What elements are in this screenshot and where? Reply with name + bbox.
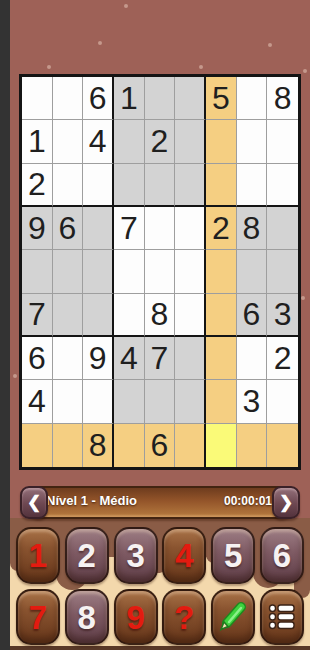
cell-r8c3[interactable] [83, 380, 114, 423]
cell-r7c9[interactable]: 2 [267, 337, 298, 380]
cell-r7c6[interactable] [175, 337, 206, 380]
cell-r4c8[interactable]: 8 [237, 207, 268, 250]
cell-r7c3[interactable]: 9 [83, 337, 114, 380]
cell-r1c9[interactable]: 8 [267, 77, 298, 120]
chevron-right-icon: ❯ [279, 492, 293, 513]
cell-r8c6[interactable] [175, 380, 206, 423]
cell-r4c5[interactable] [145, 207, 176, 250]
cell-r8c2[interactable] [53, 380, 84, 423]
speckle-dot [13, 374, 17, 378]
speckle-dot [124, 4, 128, 8]
cell-r4c4[interactable]: 7 [114, 207, 145, 250]
help-button[interactable]: ? [162, 589, 206, 645]
cell-r9c5[interactable]: 6 [145, 424, 176, 467]
cell-r3c2[interactable] [53, 164, 84, 207]
cell-r7c7[interactable] [206, 337, 237, 380]
options-list-button[interactable] [260, 589, 304, 645]
cell-r6c5[interactable]: 8 [145, 294, 176, 337]
cell-r7c4[interactable]: 4 [114, 337, 145, 380]
cell-r2c5[interactable]: 2 [145, 120, 176, 163]
prev-level-button[interactable]: ❮ [20, 486, 48, 519]
cell-r2c8[interactable] [237, 120, 268, 163]
cell-r9c1[interactable] [22, 424, 53, 467]
cell-r8c8[interactable]: 3 [237, 380, 268, 423]
cell-r7c8[interactable] [237, 337, 268, 380]
cell-r6c9[interactable]: 3 [267, 294, 298, 337]
cell-r9c3[interactable]: 8 [83, 424, 114, 467]
cell-r5c5[interactable] [145, 250, 176, 293]
digit-button-5[interactable]: 5 [211, 527, 255, 584]
digit-button-7[interactable]: 7 [16, 589, 60, 645]
speckle-dot [268, 43, 272, 47]
cell-r3c6[interactable] [175, 164, 206, 207]
cell-r8c1[interactable]: 4 [22, 380, 53, 423]
sudoku-board[interactable]: 61581422967287863694724386 [19, 74, 301, 470]
cell-r8c4[interactable] [114, 380, 145, 423]
cell-r3c7[interactable] [206, 164, 237, 207]
speckle-dot [303, 69, 307, 73]
cell-r9c6[interactable] [175, 424, 206, 467]
chevron-left-icon: ❮ [27, 492, 41, 513]
digit-button-6[interactable]: 6 [260, 527, 304, 584]
cell-r4c3[interactable] [83, 207, 114, 250]
cell-r7c1[interactable]: 6 [22, 337, 53, 380]
digit-button-1[interactable]: 1 [16, 527, 60, 584]
cell-r9c9[interactable] [267, 424, 298, 467]
cell-r6c4[interactable] [114, 294, 145, 337]
cell-r6c2[interactable] [53, 294, 84, 337]
cell-r1c5[interactable] [145, 77, 176, 120]
pencil-button[interactable] [211, 589, 255, 645]
bottom-strip [10, 646, 310, 650]
next-level-button[interactable]: ❯ [272, 486, 300, 519]
cell-r5c2[interactable] [53, 250, 84, 293]
cell-r2c7[interactable] [206, 120, 237, 163]
cell-r1c2[interactable] [53, 77, 84, 120]
cell-r2c3[interactable]: 4 [83, 120, 114, 163]
speckle-dot [199, 65, 203, 69]
digit-button-9[interactable]: 9 [114, 589, 158, 645]
cell-r7c2[interactable] [53, 337, 84, 380]
pencil-icon [217, 601, 249, 633]
cell-r2c2[interactable] [53, 120, 84, 163]
cell-r2c6[interactable] [175, 120, 206, 163]
list-icon [267, 602, 297, 632]
cell-r1c6[interactable] [175, 77, 206, 120]
speckle-dot [47, 65, 51, 69]
cell-r3c4[interactable] [114, 164, 145, 207]
cell-r4c6[interactable] [175, 207, 206, 250]
cell-r1c3[interactable]: 6 [83, 77, 114, 120]
cell-r5c7[interactable] [206, 250, 237, 293]
cell-r6c6[interactable] [175, 294, 206, 337]
cell-r8c9[interactable] [267, 380, 298, 423]
cell-r6c7[interactable] [206, 294, 237, 337]
number-pad-row-1: 1 2 3 4 5 6 [16, 527, 304, 584]
number-pad-row-2: 7 8 9 ? [16, 589, 304, 645]
cell-r6c8[interactable]: 6 [237, 294, 268, 337]
cell-r9c2[interactable] [53, 424, 84, 467]
speckle-dot [301, 296, 305, 300]
cell-r5c4[interactable] [114, 250, 145, 293]
cell-r1c7[interactable]: 5 [206, 77, 237, 120]
app-screen: 61581422967287863694724386 ❮ Nível 1 - M… [10, 0, 310, 650]
cell-r1c1[interactable] [22, 77, 53, 120]
cell-r8c5[interactable] [145, 380, 176, 423]
cell-r1c4[interactable]: 1 [114, 77, 145, 120]
digit-button-4[interactable]: 4 [162, 527, 206, 584]
cell-r2c9[interactable] [267, 120, 298, 163]
cell-r4c2[interactable]: 6 [53, 207, 84, 250]
cell-r5c3[interactable] [83, 250, 114, 293]
cell-r4c9[interactable] [267, 207, 298, 250]
cell-r8c7[interactable] [206, 380, 237, 423]
level-title: Nível 1 - Médio [46, 493, 137, 508]
cell-r7c5[interactable]: 7 [145, 337, 176, 380]
cell-r9c4[interactable] [114, 424, 145, 467]
cell-r9c8[interactable] [237, 424, 268, 467]
cell-r3c3[interactable] [83, 164, 114, 207]
cell-r5c6[interactable] [175, 250, 206, 293]
digit-button-3[interactable]: 3 [114, 527, 158, 584]
cell-r6c3[interactable] [83, 294, 114, 337]
cell-r3c9[interactable] [267, 164, 298, 207]
digit-button-8[interactable]: 8 [65, 589, 109, 645]
cell-r1c8[interactable] [237, 77, 268, 120]
cell-r3c1[interactable]: 2 [22, 164, 53, 207]
cell-r5c9[interactable] [267, 250, 298, 293]
cell-r6c1[interactable]: 7 [22, 294, 53, 337]
cell-r3c8[interactable] [237, 164, 268, 207]
cell-r3c5[interactable] [145, 164, 176, 207]
cell-r2c4[interactable] [114, 120, 145, 163]
cell-r2c1[interactable]: 1 [22, 120, 53, 163]
cell-r4c7[interactable]: 2 [206, 207, 237, 250]
timer: 00:00:01 [224, 494, 272, 508]
cell-r5c1[interactable] [22, 250, 53, 293]
cell-r9c7[interactable] [206, 424, 237, 467]
speckle-dot [98, 41, 102, 45]
cell-r5c8[interactable] [237, 250, 268, 293]
cell-r4c1[interactable]: 9 [22, 207, 53, 250]
digit-button-2[interactable]: 2 [65, 527, 109, 584]
